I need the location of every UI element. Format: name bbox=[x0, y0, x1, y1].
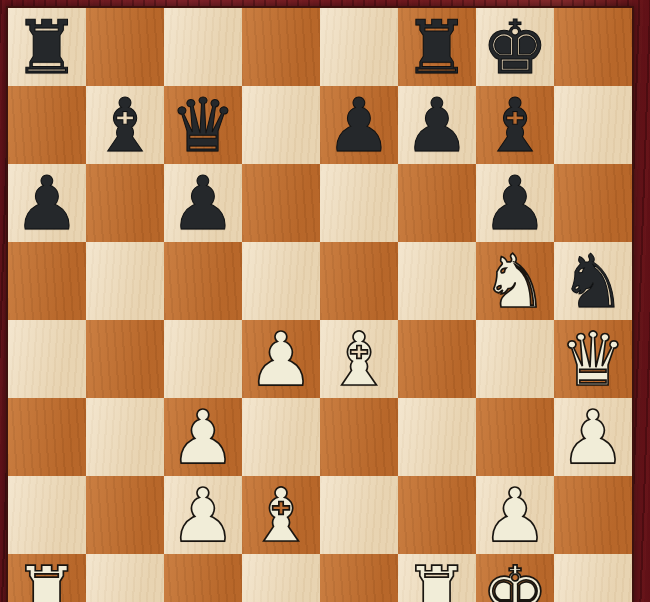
square-d4[interactable]: ♟ bbox=[242, 320, 320, 398]
piece-white-queen[interactable]: ♛ bbox=[560, 320, 626, 398]
square-a8[interactable]: ♜ bbox=[8, 8, 86, 86]
square-d7[interactable] bbox=[242, 86, 320, 164]
square-h7[interactable] bbox=[554, 86, 632, 164]
piece-white-rook[interactable]: ♜ bbox=[404, 554, 470, 602]
piece-black-king[interactable]: ♚ bbox=[482, 8, 548, 86]
square-b5[interactable] bbox=[86, 242, 164, 320]
piece-black-pawn[interactable]: ♟ bbox=[14, 164, 80, 242]
square-h4[interactable]: ♛ bbox=[554, 320, 632, 398]
square-f8[interactable]: ♜ bbox=[398, 8, 476, 86]
square-a1[interactable]: ♜ bbox=[8, 554, 86, 602]
square-c4[interactable] bbox=[164, 320, 242, 398]
square-b7[interactable]: ♝ bbox=[86, 86, 164, 164]
square-b1[interactable] bbox=[86, 554, 164, 602]
square-g4[interactable] bbox=[476, 320, 554, 398]
square-d3[interactable] bbox=[242, 398, 320, 476]
square-h3[interactable]: ♟ bbox=[554, 398, 632, 476]
board-frame: ♜♜♚♝♛♟♟♝♟♟♟♞♞♟♝♛♟♟♟♝♟♜♜♚ bbox=[0, 0, 650, 602]
square-a2[interactable] bbox=[8, 476, 86, 554]
square-c3[interactable]: ♟ bbox=[164, 398, 242, 476]
piece-white-bishop[interactable]: ♝ bbox=[326, 320, 392, 398]
piece-black-queen[interactable]: ♛ bbox=[170, 86, 236, 164]
piece-black-pawn[interactable]: ♟ bbox=[482, 164, 548, 242]
square-f1[interactable]: ♜ bbox=[398, 554, 476, 602]
square-g7[interactable]: ♝ bbox=[476, 86, 554, 164]
square-e6[interactable] bbox=[320, 164, 398, 242]
square-c5[interactable] bbox=[164, 242, 242, 320]
square-d5[interactable] bbox=[242, 242, 320, 320]
square-e2[interactable] bbox=[320, 476, 398, 554]
square-e3[interactable] bbox=[320, 398, 398, 476]
piece-black-rook[interactable]: ♜ bbox=[404, 8, 470, 86]
chess-board: ♜♜♚♝♛♟♟♝♟♟♟♞♞♟♝♛♟♟♟♝♟♜♜♚ bbox=[8, 8, 632, 602]
square-b8[interactable] bbox=[86, 8, 164, 86]
square-e7[interactable]: ♟ bbox=[320, 86, 398, 164]
square-c7[interactable]: ♛ bbox=[164, 86, 242, 164]
piece-black-pawn[interactable]: ♟ bbox=[170, 164, 236, 242]
square-e4[interactable]: ♝ bbox=[320, 320, 398, 398]
square-e8[interactable] bbox=[320, 8, 398, 86]
square-d2[interactable]: ♝ bbox=[242, 476, 320, 554]
square-f4[interactable] bbox=[398, 320, 476, 398]
square-h8[interactable] bbox=[554, 8, 632, 86]
piece-white-bishop[interactable]: ♝ bbox=[248, 476, 314, 554]
square-b2[interactable] bbox=[86, 476, 164, 554]
square-b6[interactable] bbox=[86, 164, 164, 242]
piece-black-pawn[interactable]: ♟ bbox=[326, 86, 392, 164]
square-b3[interactable] bbox=[86, 398, 164, 476]
square-f7[interactable]: ♟ bbox=[398, 86, 476, 164]
square-d6[interactable] bbox=[242, 164, 320, 242]
piece-white-pawn[interactable]: ♟ bbox=[482, 476, 548, 554]
square-a5[interactable] bbox=[8, 242, 86, 320]
piece-white-king[interactable]: ♚ bbox=[482, 554, 548, 602]
piece-black-pawn[interactable]: ♟ bbox=[404, 86, 470, 164]
square-c8[interactable] bbox=[164, 8, 242, 86]
square-f5[interactable] bbox=[398, 242, 476, 320]
square-a3[interactable] bbox=[8, 398, 86, 476]
square-g5[interactable]: ♞ bbox=[476, 242, 554, 320]
square-c2[interactable]: ♟ bbox=[164, 476, 242, 554]
square-e5[interactable] bbox=[320, 242, 398, 320]
square-h6[interactable] bbox=[554, 164, 632, 242]
square-e1[interactable] bbox=[320, 554, 398, 602]
piece-white-pawn[interactable]: ♟ bbox=[170, 476, 236, 554]
square-h2[interactable] bbox=[554, 476, 632, 554]
square-g2[interactable]: ♟ bbox=[476, 476, 554, 554]
piece-black-bishop[interactable]: ♝ bbox=[92, 86, 158, 164]
piece-white-pawn[interactable]: ♟ bbox=[560, 398, 626, 476]
piece-black-knight[interactable]: ♞ bbox=[560, 242, 626, 320]
square-d8[interactable] bbox=[242, 8, 320, 86]
square-a6[interactable]: ♟ bbox=[8, 164, 86, 242]
square-g3[interactable] bbox=[476, 398, 554, 476]
square-f2[interactable] bbox=[398, 476, 476, 554]
square-f3[interactable] bbox=[398, 398, 476, 476]
square-c1[interactable] bbox=[164, 554, 242, 602]
piece-white-pawn[interactable]: ♟ bbox=[248, 320, 314, 398]
piece-white-knight[interactable]: ♞ bbox=[482, 242, 548, 320]
square-h5[interactable]: ♞ bbox=[554, 242, 632, 320]
piece-black-bishop[interactable]: ♝ bbox=[482, 86, 548, 164]
piece-white-rook[interactable]: ♜ bbox=[14, 554, 80, 602]
square-b4[interactable] bbox=[86, 320, 164, 398]
piece-white-pawn[interactable]: ♟ bbox=[170, 398, 236, 476]
square-a7[interactable] bbox=[8, 86, 86, 164]
square-d1[interactable] bbox=[242, 554, 320, 602]
square-g6[interactable]: ♟ bbox=[476, 164, 554, 242]
square-c6[interactable]: ♟ bbox=[164, 164, 242, 242]
square-f6[interactable] bbox=[398, 164, 476, 242]
square-g8[interactable]: ♚ bbox=[476, 8, 554, 86]
square-g1[interactable]: ♚ bbox=[476, 554, 554, 602]
square-h1[interactable] bbox=[554, 554, 632, 602]
piece-black-rook[interactable]: ♜ bbox=[14, 8, 80, 86]
square-a4[interactable] bbox=[8, 320, 86, 398]
